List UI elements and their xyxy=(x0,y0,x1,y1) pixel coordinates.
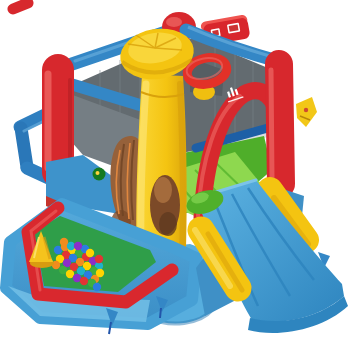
ball xyxy=(95,255,103,263)
knob-highlight xyxy=(166,17,182,27)
back-corner-pillar-tip xyxy=(13,3,28,9)
ball xyxy=(96,269,104,277)
front-right-pillar xyxy=(279,64,281,184)
ball xyxy=(80,277,88,285)
ball xyxy=(74,242,82,250)
bounce-house-illustration xyxy=(0,0,350,350)
pillar-highlight xyxy=(271,70,272,180)
product-photo xyxy=(0,0,350,350)
ball xyxy=(93,283,101,291)
ball xyxy=(60,238,68,246)
ball xyxy=(86,249,94,257)
